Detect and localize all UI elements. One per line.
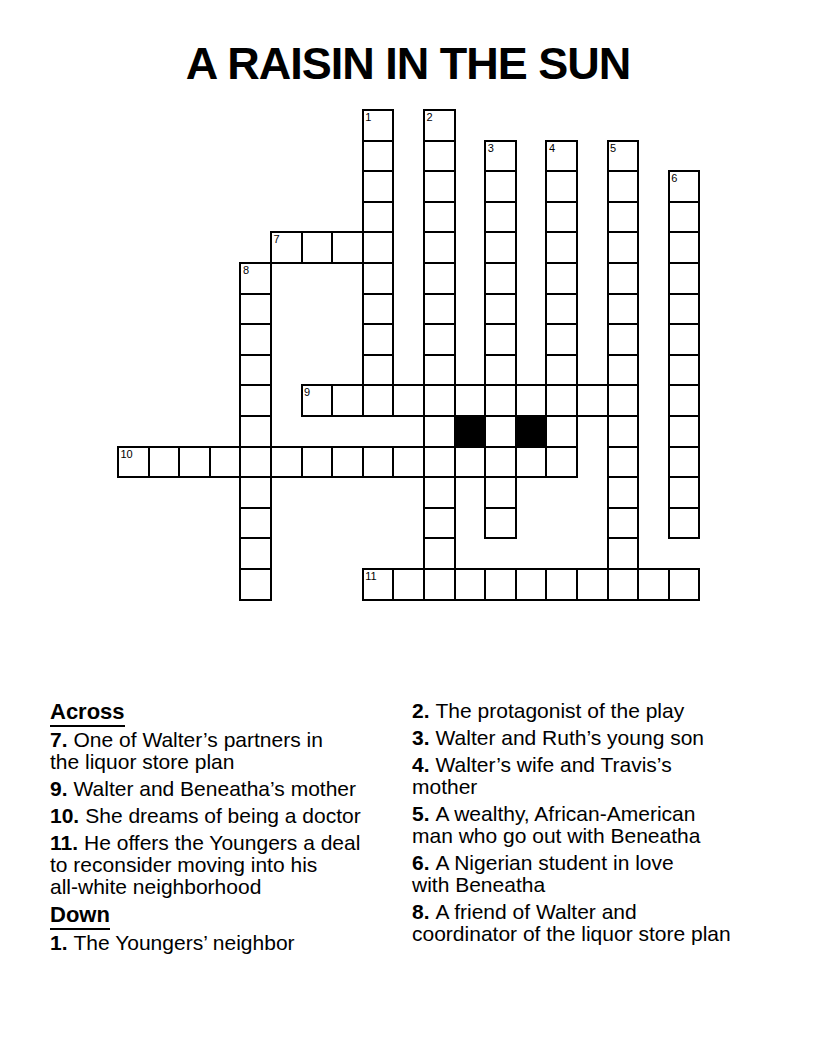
grid-cell[interactable] — [668, 201, 701, 234]
grid-cell[interactable] — [668, 507, 701, 540]
grid-cell[interactable] — [668, 262, 701, 295]
clue-number-label: 7. — [50, 728, 68, 751]
grid-cell[interactable] — [423, 384, 456, 417]
clue-number-label: 11. — [50, 831, 78, 854]
clue-text: The Youngers’ neighbor — [74, 931, 295, 954]
grid-cell[interactable] — [545, 231, 578, 264]
down-heading: Down — [50, 903, 400, 926]
grid-cell[interactable] — [239, 384, 272, 417]
grid-cell[interactable] — [607, 476, 640, 509]
clue-number-label: 9. — [50, 777, 68, 800]
grid-cell[interactable] — [423, 231, 456, 264]
grid-cell[interactable] — [607, 354, 640, 387]
clue-number: 11 — [365, 571, 376, 582]
clue-text: One of Walter’s partners in the liquor s… — [50, 728, 323, 773]
grid-cell[interactable] — [392, 384, 425, 417]
clue-number: 10 — [121, 449, 133, 460]
grid-cell[interactable] — [209, 446, 242, 479]
grid-cell[interactable] — [423, 354, 456, 387]
grid-cell[interactable] — [239, 354, 272, 387]
clue-number-label: 2. — [412, 699, 430, 722]
grid-cell[interactable] — [668, 415, 701, 448]
puzzle-title: A RAISIN IN THE SUN — [0, 38, 816, 90]
grid-cell[interactable] — [607, 231, 640, 264]
crossword-page: A RAISIN IN THE SUN 1234567891011 Across… — [0, 0, 816, 1056]
grid-cell[interactable] — [545, 446, 578, 479]
grid-cell[interactable] — [545, 201, 578, 234]
grid-cell[interactable] — [607, 507, 640, 540]
clue-number-label: 8. — [412, 900, 430, 923]
clue-number: 2 — [427, 112, 433, 123]
grid-cell[interactable] — [484, 293, 517, 326]
grid-cell[interactable] — [423, 568, 456, 601]
grid-cell[interactable] — [668, 384, 701, 417]
grid-cell[interactable] — [362, 201, 395, 234]
grid-cell[interactable] — [576, 568, 609, 601]
grid-cell[interactable] — [515, 568, 548, 601]
grid-cell[interactable] — [423, 201, 456, 234]
grid-cell[interactable] — [668, 476, 701, 509]
grid-cell[interactable] — [362, 384, 395, 417]
grid-cell[interactable] — [454, 446, 487, 479]
clue-across-10: 10.She dreams of being a doctor — [50, 805, 400, 827]
grid-cell[interactable] — [607, 201, 640, 234]
grid-cell[interactable] — [423, 537, 456, 570]
grid-cell[interactable] — [392, 568, 425, 601]
grid-cell[interactable] — [607, 446, 640, 479]
grid-cell[interactable] — [362, 446, 395, 479]
grid-cell[interactable] — [423, 170, 456, 203]
grid-cell[interactable] — [607, 170, 640, 203]
clue-number-label: 1. — [50, 931, 68, 954]
clue-number-label: 5. — [412, 802, 430, 825]
grid-cell[interactable] — [239, 476, 272, 509]
grid-cell[interactable] — [484, 415, 517, 448]
grid-cell[interactable] — [423, 476, 456, 509]
clue-down-3: 3.Walter and Ruth’s young son — [412, 727, 794, 749]
grid-cell[interactable] — [545, 293, 578, 326]
clue-across-11: 11.He offers the Youngers a deal to reco… — [50, 832, 400, 898]
grid-cell[interactable] — [239, 415, 272, 448]
clue-number: 6 — [671, 173, 677, 184]
grid-cell[interactable] — [239, 537, 272, 570]
grid-cell[interactable] — [331, 231, 364, 264]
grid-cell[interactable] — [423, 446, 456, 479]
grid-cell[interactable] — [607, 384, 640, 417]
grid-cell[interactable] — [668, 568, 701, 601]
grid-cell[interactable] — [362, 262, 395, 295]
grid-cell[interactable] — [301, 231, 334, 264]
clue-down-2: 2.The protagonist of the play — [412, 700, 794, 722]
grid-cell[interactable] — [484, 507, 517, 540]
clue-number: 7 — [274, 234, 280, 245]
grid-cell[interactable] — [362, 354, 395, 387]
grid-cell[interactable] — [515, 384, 548, 417]
clue-number: 8 — [243, 265, 249, 276]
grid-cell[interactable] — [239, 568, 272, 601]
grid-cell[interactable] — [178, 446, 211, 479]
grid-cell[interactable] — [545, 262, 578, 295]
grid-cell[interactable] — [392, 446, 425, 479]
grid-cell[interactable] — [423, 262, 456, 295]
grid-cell[interactable] — [607, 537, 640, 570]
grid-cell[interactable] — [668, 323, 701, 356]
clue-number: 3 — [488, 143, 494, 154]
black-cell — [454, 415, 487, 448]
grid-cell[interactable] — [454, 384, 487, 417]
clue-text: A Nigerian student in love with Beneatha — [412, 851, 674, 896]
grid-cell[interactable] — [545, 323, 578, 356]
clue-text: Walter’s wife and Travis’s mother — [412, 753, 672, 798]
grid-cell[interactable] — [362, 323, 395, 356]
grid-cell[interactable] — [239, 507, 272, 540]
grid-cell[interactable] — [484, 231, 517, 264]
clue-text: Walter and Beneatha’s mother — [74, 777, 357, 800]
grid-cell[interactable] — [423, 507, 456, 540]
grid-cell[interactable] — [484, 262, 517, 295]
clue-number: 4 — [549, 143, 555, 154]
grid-cell[interactable] — [301, 446, 334, 479]
clue-down-4: 4.Walter’s wife and Travis’s mother — [412, 754, 794, 798]
clues-right-column: 2.The protagonist of the play 3.Walter a… — [412, 700, 794, 950]
grid-cell[interactable] — [668, 231, 701, 264]
clue-number: 9 — [304, 387, 310, 398]
grid-cell[interactable] — [362, 231, 395, 264]
grid-cell[interactable] — [484, 476, 517, 509]
grid-cell[interactable] — [607, 262, 640, 295]
grid-cell[interactable] — [484, 201, 517, 234]
grid-cell[interactable] — [239, 446, 272, 479]
grid-cell[interactable] — [423, 140, 456, 173]
grid-cell[interactable] — [545, 170, 578, 203]
grid-cell[interactable] — [515, 446, 548, 479]
grid-cell[interactable] — [668, 446, 701, 479]
grid-cell[interactable] — [454, 568, 487, 601]
clue-down-8: 8.A friend of Walter and coordinator of … — [412, 901, 794, 945]
grid-cell[interactable] — [545, 384, 578, 417]
grid-cell[interactable] — [239, 323, 272, 356]
grid-cell[interactable] — [545, 415, 578, 448]
crossword-grid: 1234567891011 — [117, 109, 700, 601]
clue-text: He offers the Youngers a deal to reconsi… — [50, 831, 360, 898]
clue-number-label: 4. — [412, 753, 430, 776]
across-heading: Across — [50, 700, 400, 723]
clues-left-column: Across 7.One of Walter’s partners in the… — [50, 700, 400, 959]
clue-text: Walter and Ruth’s young son — [436, 726, 705, 749]
grid-cell[interactable] — [362, 140, 395, 173]
clue-text: She dreams of being a doctor — [85, 804, 361, 827]
grid-cell[interactable] — [239, 293, 272, 326]
grid-cell[interactable] — [545, 568, 578, 601]
clue-number: 1 — [365, 112, 371, 123]
grid-cell[interactable] — [423, 415, 456, 448]
grid-cell[interactable] — [484, 384, 517, 417]
clue-number-label: 10. — [50, 804, 79, 827]
black-cell — [515, 415, 548, 448]
grid-cell[interactable] — [607, 293, 640, 326]
clue-down-1: 1.The Youngers’ neighbor — [50, 932, 400, 954]
grid-cell[interactable] — [637, 568, 670, 601]
grid-cell[interactable] — [484, 323, 517, 356]
grid-cell[interactable] — [331, 384, 364, 417]
grid-cell[interactable] — [362, 170, 395, 203]
grid-cell[interactable] — [607, 323, 640, 356]
grid-cell[interactable] — [668, 293, 701, 326]
grid-cell[interactable] — [607, 568, 640, 601]
clue-down-6: 6.A Nigerian student in love with Beneat… — [412, 852, 794, 896]
clue-number-label: 3. — [412, 726, 430, 749]
clue-across-9: 9.Walter and Beneatha’s mother — [50, 778, 400, 800]
clue-down-5: 5.A wealthy, African-American man who go… — [412, 803, 794, 847]
grid-cell[interactable] — [270, 446, 303, 479]
clue-text: A wealthy, African-American man who go o… — [412, 802, 700, 847]
clue-text: A friend of Walter and coordinator of th… — [412, 900, 731, 945]
grid-cell[interactable] — [484, 568, 517, 601]
grid-cell[interactable] — [668, 354, 701, 387]
grid-cell[interactable] — [362, 293, 395, 326]
grid-cell[interactable] — [545, 354, 578, 387]
clue-text: The protagonist of the play — [436, 699, 685, 722]
grid-cell[interactable] — [484, 170, 517, 203]
grid-cell[interactable] — [484, 446, 517, 479]
clue-number: 5 — [610, 143, 616, 154]
grid-cell[interactable] — [423, 323, 456, 356]
clue-across-7: 7.One of Walter’s partners in the liquor… — [50, 729, 400, 773]
grid-cell[interactable] — [484, 354, 517, 387]
grid-cell[interactable] — [576, 384, 609, 417]
grid-cell[interactable] — [607, 415, 640, 448]
clue-number-label: 6. — [412, 851, 430, 874]
grid-cell[interactable] — [423, 293, 456, 326]
grid-cell[interactable] — [148, 446, 181, 479]
grid-cell[interactable] — [331, 446, 364, 479]
